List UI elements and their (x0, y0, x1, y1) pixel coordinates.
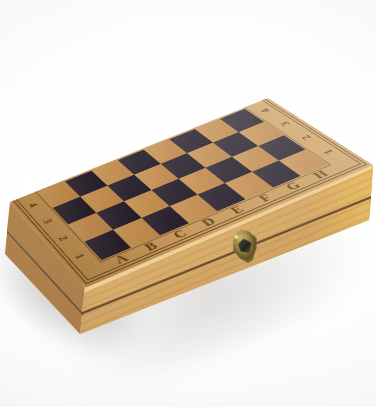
product-photo-scene: ABCDEFGH 4321 4321 (0, 0, 376, 407)
